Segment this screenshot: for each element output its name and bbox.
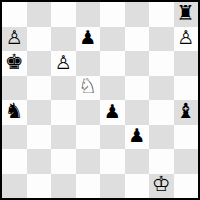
square-b8[interactable] [27, 2, 52, 27]
square-b2[interactable] [27, 149, 52, 174]
square-b7[interactable] [27, 27, 52, 52]
square-b1[interactable] [27, 174, 52, 199]
square-h4[interactable]: ♝ [174, 100, 199, 125]
square-c2[interactable] [51, 149, 76, 174]
piece-white-knight: ♘ [78, 76, 97, 97]
piece-black-king: ♚ [5, 52, 24, 73]
square-g8[interactable] [149, 2, 174, 27]
square-g1[interactable]: ♔ [149, 174, 174, 199]
square-e5[interactable] [100, 76, 125, 101]
square-g6[interactable] [149, 51, 174, 76]
square-h8[interactable]: ♜ [174, 2, 199, 27]
square-h1[interactable] [174, 174, 199, 199]
square-b6[interactable] [27, 51, 52, 76]
square-c1[interactable] [51, 174, 76, 199]
piece-black-rook: ♜ [176, 3, 195, 24]
square-f5[interactable] [125, 76, 150, 101]
square-h3[interactable] [174, 125, 199, 150]
square-f6[interactable] [125, 51, 150, 76]
square-e8[interactable] [100, 2, 125, 27]
square-b4[interactable] [27, 100, 52, 125]
square-f4[interactable] [125, 100, 150, 125]
piece-black-pawn: ♟ [104, 102, 121, 121]
piece-white-pawn: ♙ [55, 53, 72, 72]
square-c6[interactable]: ♙ [51, 51, 76, 76]
square-a4[interactable]: ♞ [2, 100, 27, 125]
square-a8[interactable] [2, 2, 27, 27]
square-g7[interactable] [149, 27, 174, 52]
square-c3[interactable] [51, 125, 76, 150]
square-g3[interactable] [149, 125, 174, 150]
square-c4[interactable] [51, 100, 76, 125]
square-h5[interactable] [174, 76, 199, 101]
square-f8[interactable] [125, 2, 150, 27]
square-c8[interactable] [51, 2, 76, 27]
square-a6[interactable]: ♚ [2, 51, 27, 76]
square-c7[interactable] [51, 27, 76, 52]
piece-black-pawn: ♟ [79, 28, 96, 47]
square-f3[interactable]: ♟ [125, 125, 150, 150]
square-c5[interactable] [51, 76, 76, 101]
square-d5[interactable]: ♘ [76, 76, 101, 101]
piece-black-bishop: ♝ [176, 101, 195, 122]
square-e4[interactable]: ♟ [100, 100, 125, 125]
square-g4[interactable] [149, 100, 174, 125]
square-h6[interactable] [174, 51, 199, 76]
square-d8[interactable] [76, 2, 101, 27]
piece-black-knight: ♞ [5, 101, 24, 122]
piece-white-pawn: ♙ [177, 28, 194, 47]
square-h7[interactable]: ♙ [174, 27, 199, 52]
square-d6[interactable] [76, 51, 101, 76]
square-a2[interactable] [2, 149, 27, 174]
chess-diagram: ♜♙♟♙♚♙♘♞♟♝♟♔ [0, 0, 200, 200]
square-b3[interactable] [27, 125, 52, 150]
square-d3[interactable] [76, 125, 101, 150]
square-f7[interactable] [125, 27, 150, 52]
square-g2[interactable] [149, 149, 174, 174]
square-b5[interactable] [27, 76, 52, 101]
square-a3[interactable] [2, 125, 27, 150]
square-a1[interactable] [2, 174, 27, 199]
square-f1[interactable] [125, 174, 150, 199]
chess-board: ♜♙♟♙♚♙♘♞♟♝♟♔ [0, 0, 200, 200]
square-a7[interactable]: ♙ [2, 27, 27, 52]
piece-white-pawn: ♙ [6, 28, 23, 47]
square-d2[interactable] [76, 149, 101, 174]
square-e2[interactable] [100, 149, 125, 174]
piece-black-pawn: ♟ [128, 126, 145, 145]
square-h2[interactable] [174, 149, 199, 174]
piece-white-king: ♔ [152, 174, 171, 195]
square-f2[interactable] [125, 149, 150, 174]
square-d7[interactable]: ♟ [76, 27, 101, 52]
square-e7[interactable] [100, 27, 125, 52]
square-e1[interactable] [100, 174, 125, 199]
square-d1[interactable] [76, 174, 101, 199]
square-e3[interactable] [100, 125, 125, 150]
square-a5[interactable] [2, 76, 27, 101]
square-e6[interactable] [100, 51, 125, 76]
square-g5[interactable] [149, 76, 174, 101]
square-d4[interactable] [76, 100, 101, 125]
